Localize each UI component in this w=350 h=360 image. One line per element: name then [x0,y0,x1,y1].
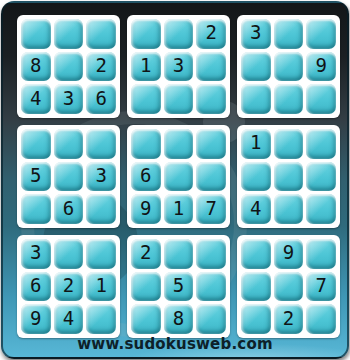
cell-r8c4[interactable] [131,272,161,302]
given-digit: 6 [140,166,151,185]
site-url[interactable]: www.sudokusweb.com [77,335,272,353]
given-digit: 4 [63,309,74,328]
cell-r5c2[interactable] [54,162,84,192]
cell-r3c2[interactable]: 3 [54,84,84,114]
given-digit: 6 [95,89,106,108]
cell-r6c9[interactable] [306,194,336,224]
cell-r6c1[interactable] [21,194,51,224]
given-digit: 7 [205,199,216,218]
given-digit: 2 [140,243,151,262]
box-1: 82436 [17,15,120,118]
cell-r7c9[interactable] [306,239,336,269]
cell-r4c5[interactable] [164,129,194,159]
given-digit: 5 [30,166,41,185]
box-6: 14 [237,125,340,228]
box-8: 258 [127,235,230,338]
given-digit: 2 [283,309,294,328]
cell-r3c3[interactable]: 6 [86,84,116,114]
cell-r8c8[interactable] [274,272,304,302]
box-2: 213 [127,15,230,118]
cell-r4c3[interactable] [86,129,116,159]
cell-r7c2[interactable] [54,239,84,269]
given-digit: 9 [283,243,294,262]
given-digit: 9 [140,199,151,218]
cell-r4c8[interactable] [274,129,304,159]
cell-r8c9[interactable]: 7 [306,272,336,302]
cell-r5c9[interactable] [306,162,336,192]
cell-r7c7[interactable] [241,239,271,269]
cell-r4c4[interactable] [131,129,161,159]
cell-r2c1[interactable]: 8 [21,52,51,82]
cell-r6c4[interactable]: 9 [131,194,161,224]
board-frame: 8243621339536691714362194258972 www.sudo… [1,1,349,359]
cell-r4c9[interactable] [306,129,336,159]
given-digit: 8 [173,309,184,328]
cell-r8c1[interactable]: 6 [21,272,51,302]
cell-r7c1[interactable]: 3 [21,239,51,269]
given-digit: 3 [63,89,74,108]
cell-r7c8[interactable]: 9 [274,239,304,269]
given-digit: 9 [30,309,41,328]
cell-r5c3[interactable]: 3 [86,162,116,192]
cell-r1c7[interactable]: 3 [241,19,271,49]
cell-r5c4[interactable]: 6 [131,162,161,192]
cell-r5c8[interactable] [274,162,304,192]
given-digit: 5 [173,276,184,295]
cell-r5c5[interactable] [164,162,194,192]
given-digit: 7 [315,276,326,295]
cell-r8c3[interactable]: 1 [86,272,116,302]
cell-r7c6[interactable] [196,239,226,269]
given-digit: 3 [173,56,184,75]
cell-r2c3[interactable]: 2 [86,52,116,82]
cell-r4c1[interactable] [21,129,51,159]
cell-r3c6[interactable] [196,84,226,114]
box-9: 972 [237,235,340,338]
cell-r1c4[interactable] [131,19,161,49]
cell-r2c2[interactable] [54,52,84,82]
cell-r9c4[interactable] [131,304,161,334]
cell-r6c7[interactable]: 4 [241,194,271,224]
given-digit: 4 [250,199,261,218]
cell-r2c9[interactable]: 9 [306,52,336,82]
cell-r3c9[interactable] [306,84,336,114]
cell-r9c9[interactable] [306,304,336,334]
cell-r7c3[interactable] [86,239,116,269]
box-5: 6917 [127,125,230,228]
cell-r8c5[interactable]: 5 [164,272,194,302]
cell-r9c2[interactable]: 4 [54,304,84,334]
cell-r9c8[interactable]: 2 [274,304,304,334]
sudoku-puzzle-image: 8243621339536691714362194258972 www.sudo… [0,0,350,360]
given-digit: 1 [250,133,261,152]
cell-r7c4[interactable]: 2 [131,239,161,269]
cell-r5c7[interactable] [241,162,271,192]
cell-r9c7[interactable] [241,304,271,334]
cell-r8c7[interactable] [241,272,271,302]
cell-r4c6[interactable] [196,129,226,159]
cell-r1c5[interactable] [164,19,194,49]
site-footer: www.sudokusweb.com [3,333,347,355]
cell-r6c6[interactable]: 7 [196,194,226,224]
cell-r6c3[interactable] [86,194,116,224]
cell-r9c1[interactable]: 9 [21,304,51,334]
given-digit: 4 [30,89,41,108]
given-digit: 3 [95,166,106,185]
cell-r9c5[interactable]: 8 [164,304,194,334]
cell-r1c9[interactable] [306,19,336,49]
given-digit: 3 [250,23,261,42]
box-7: 362194 [17,235,120,338]
cell-r5c6[interactable] [196,162,226,192]
box-4: 536 [17,125,120,228]
cell-r6c5[interactable]: 1 [164,194,194,224]
cell-r3c8[interactable] [274,84,304,114]
given-digit: 9 [315,56,326,75]
cell-r6c2[interactable]: 6 [54,194,84,224]
cell-r3c5[interactable] [164,84,194,114]
given-digit: 1 [95,276,106,295]
cell-r9c6[interactable] [196,304,226,334]
cell-r3c1[interactable]: 4 [21,84,51,114]
cell-r2c8[interactable] [274,52,304,82]
cell-r8c6[interactable] [196,272,226,302]
cell-r2c5[interactable]: 3 [164,52,194,82]
cell-r3c7[interactable] [241,84,271,114]
box-3: 39 [237,15,340,118]
cell-r4c7[interactable]: 1 [241,129,271,159]
cell-r2c6[interactable] [196,52,226,82]
cell-r1c8[interactable] [274,19,304,49]
cell-r8c2[interactable]: 2 [54,272,84,302]
cell-r6c8[interactable] [274,194,304,224]
given-digit: 2 [95,56,106,75]
cell-r5c1[interactable]: 5 [21,162,51,192]
given-digit: 2 [63,276,74,295]
given-digit: 1 [173,199,184,218]
cell-r4c2[interactable] [54,129,84,159]
cell-r9c3[interactable] [86,304,116,334]
cell-r1c6[interactable]: 2 [196,19,226,49]
cell-r3c4[interactable] [131,84,161,114]
sudoku-board: 8243621339536691714362194258972 [17,15,340,338]
given-digit: 8 [30,56,41,75]
cell-r7c5[interactable] [164,239,194,269]
given-digit: 3 [30,243,41,262]
given-digit: 6 [30,276,41,295]
given-digit: 2 [205,23,216,42]
given-digit: 1 [140,56,151,75]
given-digit: 6 [63,199,74,218]
cell-r1c1[interactable] [21,19,51,49]
cell-r2c4[interactable]: 1 [131,52,161,82]
cell-r1c2[interactable] [54,19,84,49]
cell-r2c7[interactable] [241,52,271,82]
cell-r1c3[interactable] [86,19,116,49]
